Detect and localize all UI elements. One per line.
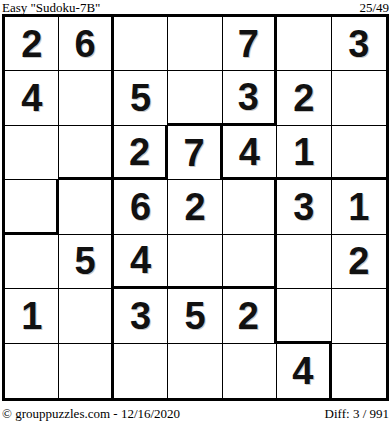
cell-r2c1[interactable]: 4 xyxy=(5,71,59,125)
cell-r7c4[interactable] xyxy=(168,344,222,398)
cell-r1c3[interactable] xyxy=(114,17,168,71)
cell-r1c5[interactable]: 7 xyxy=(223,17,277,71)
cell-r2c2[interactable] xyxy=(59,71,113,125)
cell-r2c5[interactable]: 3 xyxy=(223,71,277,125)
cell-r6c6[interactable] xyxy=(277,289,331,343)
cell-r3c7[interactable] xyxy=(332,126,386,180)
cell-r4c5[interactable] xyxy=(223,180,277,234)
sudoku-board: 267345322741623154213524 xyxy=(2,14,389,401)
cell-r1c4[interactable] xyxy=(168,17,222,71)
cell-r3c4[interactable]: 7 xyxy=(168,126,222,180)
cell-r3c6[interactable]: 1 xyxy=(277,126,331,180)
cell-r4c1[interactable] xyxy=(5,180,59,234)
cell-r6c3[interactable]: 3 xyxy=(114,289,168,343)
cell-r2c3[interactable]: 5 xyxy=(114,71,168,125)
difficulty-text: Diff: 3 / 991 xyxy=(325,406,389,422)
cell-r5c1[interactable] xyxy=(5,235,59,289)
cell-r5c4[interactable] xyxy=(168,235,222,289)
cell-r5c2[interactable]: 5 xyxy=(59,235,113,289)
cell-r6c7[interactable] xyxy=(332,289,386,343)
cell-r3c1[interactable] xyxy=(5,126,59,180)
cell-r3c5[interactable]: 4 xyxy=(223,126,277,180)
cell-r6c1[interactable]: 1 xyxy=(5,289,59,343)
cell-r4c7[interactable]: 1 xyxy=(332,180,386,234)
cell-r7c6[interactable]: 4 xyxy=(277,344,331,398)
copyright-text: © grouppuzzles.com - 12/16/2020 xyxy=(2,406,180,422)
cell-r6c4[interactable]: 5 xyxy=(168,289,222,343)
cell-r5c7[interactable]: 2 xyxy=(332,235,386,289)
cell-r1c2[interactable]: 6 xyxy=(59,17,113,71)
cell-r7c1[interactable] xyxy=(5,344,59,398)
cell-r1c6[interactable] xyxy=(277,17,331,71)
cell-r4c3[interactable]: 6 xyxy=(114,180,168,234)
cell-r2c4[interactable] xyxy=(168,71,222,125)
cell-r6c2[interactable] xyxy=(59,289,113,343)
cell-r2c6[interactable]: 2 xyxy=(277,71,331,125)
cell-r5c3[interactable]: 4 xyxy=(114,235,168,289)
cell-r4c2[interactable] xyxy=(59,180,113,234)
cell-r7c3[interactable] xyxy=(114,344,168,398)
cell-r5c5[interactable] xyxy=(223,235,277,289)
cell-r2c7[interactable] xyxy=(332,71,386,125)
cell-r7c5[interactable] xyxy=(223,344,277,398)
cell-r7c2[interactable] xyxy=(59,344,113,398)
cell-r1c1[interactable]: 2 xyxy=(5,17,59,71)
cell-r3c2[interactable] xyxy=(59,126,113,180)
cell-r6c5[interactable]: 2 xyxy=(223,289,277,343)
cell-r3c3[interactable]: 2 xyxy=(114,126,168,180)
cell-r1c7[interactable]: 3 xyxy=(332,17,386,71)
cell-r5c6[interactable] xyxy=(277,235,331,289)
cell-r4c4[interactable]: 2 xyxy=(168,180,222,234)
cell-r7c7[interactable] xyxy=(332,344,386,398)
cell-r4c6[interactable]: 3 xyxy=(277,180,331,234)
